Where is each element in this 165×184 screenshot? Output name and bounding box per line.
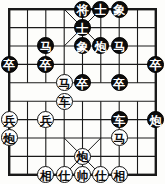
- piece-red-cannon[interactable]: 炮: [74, 148, 91, 165]
- board-cell: 马: [37, 37, 55, 55]
- piece-black-chariot[interactable]: 车: [111, 111, 128, 128]
- piece-black-soldier[interactable]: 卒: [1, 56, 18, 73]
- piece-black-cannon[interactable]: 炮: [92, 37, 109, 54]
- piece-label: 炮: [3, 132, 15, 144]
- piece-black-horse[interactable]: 马: [111, 37, 128, 54]
- piece-label: 炮: [76, 151, 88, 163]
- board-cell: 马: [110, 129, 128, 147]
- piece-black-soldier[interactable]: 卒: [111, 74, 128, 91]
- piece-red-chariot[interactable]: 车: [56, 93, 73, 110]
- piece-label: 卒: [3, 59, 15, 71]
- piece-red-horse[interactable]: 马: [56, 74, 73, 91]
- board-cell: 士: [92, 0, 110, 18]
- piece-label: 炮: [95, 40, 107, 52]
- piece-red-elephant[interactable]: 相: [111, 166, 128, 183]
- board-cell: 卒: [110, 74, 128, 92]
- piece-label: 马: [40, 40, 52, 52]
- piece-black-elephant[interactable]: 象: [74, 37, 91, 54]
- board-cell: 炮: [92, 37, 110, 55]
- piece-black-elephant[interactable]: 象: [111, 1, 128, 18]
- piece-label: 车: [58, 96, 70, 108]
- piece-red-advisor[interactable]: 仕: [92, 166, 109, 183]
- board-cell: 士: [73, 18, 91, 36]
- piece-black-soldier[interactable]: 卒: [147, 56, 164, 73]
- piece-label: 兵: [40, 114, 52, 126]
- piece-label: 车: [113, 114, 125, 126]
- piece-label: 相: [113, 169, 125, 181]
- piece-label: 仕: [58, 169, 70, 181]
- piece-label: 卒: [150, 59, 162, 71]
- board-cell: 相: [110, 166, 128, 184]
- piece-label: 仕: [95, 169, 107, 181]
- board-cell: 炮: [0, 129, 18, 147]
- board-cell: 仕: [92, 166, 110, 184]
- board-cell: 炮: [147, 110, 165, 128]
- piece-red-advisor[interactable]: 仕: [56, 166, 73, 183]
- board-cell: 象: [73, 37, 91, 55]
- piece-label: 马: [58, 77, 70, 89]
- piece-red-horse[interactable]: 马: [111, 129, 128, 146]
- board-cell: 兵: [0, 110, 18, 128]
- piece-label: 士: [76, 22, 88, 34]
- piece-black-advisor[interactable]: 士: [74, 19, 91, 36]
- board-cell: 仕: [55, 166, 73, 184]
- board-cell: 象: [110, 0, 128, 18]
- piece-label: 相: [40, 169, 52, 181]
- piece-black-advisor[interactable]: 士: [92, 1, 109, 18]
- piece-black-horse[interactable]: 马: [37, 37, 54, 54]
- piece-label: 马: [113, 40, 125, 52]
- board-cell: 兵: [37, 110, 55, 128]
- piece-label: 卒: [40, 59, 52, 71]
- piece-label: 炮: [150, 114, 162, 126]
- board-cell: 马: [55, 74, 73, 92]
- piece-label: 象: [113, 4, 125, 16]
- piece-black-soldier[interactable]: 卒: [37, 56, 54, 73]
- board-cell: 车: [110, 110, 128, 128]
- piece-red-elephant[interactable]: 相: [37, 166, 54, 183]
- piece-red-general[interactable]: 帅: [74, 166, 91, 183]
- board-cell: 卒: [73, 74, 91, 92]
- board-cell: 炮: [73, 147, 91, 165]
- piece-label: 卒: [76, 77, 88, 89]
- piece-black-cannon[interactable]: 炮: [147, 111, 164, 128]
- board-cell: 马: [110, 37, 128, 55]
- xiangqi-board: 将士象士马象炮马卒卒卒马卒卒车兵兵车炮炮马炮相仕帅仕相: [0, 0, 165, 184]
- board-grid[interactable]: 将士象士马象炮马卒卒卒马卒卒车兵兵车炮炮马炮相仕帅仕相: [0, 0, 165, 184]
- piece-red-soldier[interactable]: 兵: [1, 111, 18, 128]
- piece-label: 帅: [76, 169, 88, 181]
- piece-label: 卒: [113, 77, 125, 89]
- piece-black-soldier[interactable]: 卒: [74, 74, 91, 91]
- board-cell: 车: [55, 92, 73, 110]
- board-cell: 卒: [37, 55, 55, 73]
- piece-label: 兵: [3, 114, 15, 126]
- piece-black-general[interactable]: 将: [74, 1, 91, 18]
- piece-label: 将: [76, 4, 88, 16]
- piece-label: 马: [113, 132, 125, 144]
- board-cell: 卒: [0, 55, 18, 73]
- board-cell: 将: [73, 0, 91, 18]
- piece-red-soldier[interactable]: 兵: [37, 111, 54, 128]
- piece-label: 象: [76, 40, 88, 52]
- piece-red-cannon[interactable]: 炮: [1, 129, 18, 146]
- board-cell: 相: [37, 166, 55, 184]
- piece-label: 士: [95, 4, 107, 16]
- board-cell: 帅: [73, 166, 91, 184]
- board-cell: 卒: [147, 55, 165, 73]
